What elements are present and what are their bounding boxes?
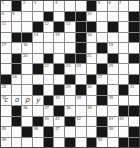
black-cell xyxy=(108,54,118,64)
cell[interactable] xyxy=(87,43,97,53)
black-cell xyxy=(97,85,107,95)
black-cell xyxy=(76,33,86,43)
cell[interactable]: 6 xyxy=(108,1,118,11)
cell[interactable] xyxy=(1,117,11,127)
clue-number: 42 xyxy=(76,117,81,121)
black-cell xyxy=(129,127,139,137)
cell[interactable] xyxy=(76,1,86,11)
cell[interactable]: 30 xyxy=(87,85,97,95)
black-cell xyxy=(44,12,54,22)
cell[interactable] xyxy=(65,43,75,53)
cell[interactable]: 17 xyxy=(1,43,11,53)
clue-number: 35 xyxy=(108,96,113,100)
cell[interactable] xyxy=(54,54,64,64)
cell[interactable]: 20 xyxy=(22,54,32,64)
black-cell xyxy=(44,127,54,137)
cell[interactable] xyxy=(1,106,11,116)
clue-number: 48 xyxy=(108,127,113,131)
black-cell xyxy=(87,75,97,85)
cell[interactable] xyxy=(22,117,32,127)
black-cell xyxy=(12,117,22,127)
cell[interactable] xyxy=(33,138,43,148)
cell[interactable] xyxy=(22,85,32,95)
cell[interactable] xyxy=(119,43,129,53)
clue-number: 26 xyxy=(12,75,17,79)
clue-number: 18 xyxy=(23,43,28,47)
cell[interactable] xyxy=(44,33,54,43)
cell[interactable] xyxy=(97,22,107,32)
cell[interactable] xyxy=(119,96,129,106)
cell[interactable]: 34 xyxy=(76,96,86,106)
cell[interactable]: o xyxy=(12,96,22,106)
cell[interactable] xyxy=(33,12,43,22)
black-cell xyxy=(33,22,43,32)
cell[interactable]: 42 xyxy=(76,117,86,127)
cell[interactable] xyxy=(87,96,97,106)
black-cell xyxy=(97,96,107,106)
cell[interactable] xyxy=(119,54,129,64)
cell[interactable] xyxy=(119,127,129,137)
clue-number: 34 xyxy=(76,96,81,100)
clue-number: 8 xyxy=(2,12,4,16)
cell[interactable] xyxy=(119,12,129,22)
cell[interactable]: 28 xyxy=(1,85,11,95)
black-cell xyxy=(129,106,139,116)
clue-number: 37 xyxy=(44,106,49,110)
clue-number: 1 xyxy=(2,1,4,5)
black-cell xyxy=(97,117,107,127)
black-cell xyxy=(1,75,11,85)
cell[interactable]: 31 xyxy=(129,85,139,95)
clue-number: 36 xyxy=(23,106,28,110)
cell[interactable]: 29 xyxy=(65,85,75,95)
cell[interactable]: 19 xyxy=(108,43,118,53)
cell[interactable]: 4 xyxy=(54,1,64,11)
clue-number: 39 xyxy=(87,106,92,110)
cell[interactable]: 3 xyxy=(33,1,43,11)
cell[interactable] xyxy=(12,85,22,95)
cell[interactable]: 26 xyxy=(12,75,22,85)
clue-number: 47 xyxy=(55,127,60,131)
cell[interactable] xyxy=(54,12,64,22)
cell[interactable] xyxy=(129,64,139,74)
black-cell xyxy=(12,33,22,43)
cell[interactable]: 8 xyxy=(1,12,11,22)
black-cell xyxy=(65,138,75,148)
clue-number: 11 xyxy=(2,22,7,26)
cell[interactable]: 11 xyxy=(1,22,11,32)
cell[interactable]: 40 xyxy=(44,117,54,127)
crossword-page: 1234567891011121314151617181920212223242… xyxy=(0,0,140,148)
clue-number: 20 xyxy=(23,54,28,58)
cell[interactable] xyxy=(97,106,107,116)
black-cell xyxy=(65,75,75,85)
black-cell xyxy=(97,127,107,137)
cell[interactable] xyxy=(33,43,43,53)
cell[interactable]: 2 xyxy=(22,1,32,11)
cell[interactable]: 15 xyxy=(54,33,64,43)
cell[interactable] xyxy=(54,75,64,85)
cell[interactable] xyxy=(1,54,11,64)
cell[interactable]: 25 xyxy=(108,64,118,74)
black-cell xyxy=(65,54,75,64)
black-cell xyxy=(129,138,139,148)
black-cell xyxy=(97,64,107,74)
cell[interactable] xyxy=(129,117,139,127)
clue-number: 44 xyxy=(119,117,124,121)
clue-number: 12 xyxy=(44,22,49,26)
cell[interactable] xyxy=(44,75,54,85)
black-cell xyxy=(119,138,129,148)
cell[interactable] xyxy=(33,54,43,64)
cell[interactable] xyxy=(22,64,32,74)
cell[interactable] xyxy=(97,54,107,64)
cell[interactable] xyxy=(65,33,75,43)
black-cell xyxy=(76,43,86,53)
cell[interactable] xyxy=(108,33,118,43)
cell[interactable] xyxy=(108,138,118,148)
crossword-grid: 1234567891011121314151617181920212223242… xyxy=(0,0,140,148)
cell[interactable] xyxy=(44,1,54,11)
black-cell xyxy=(12,54,22,64)
cell[interactable] xyxy=(33,106,43,116)
cell[interactable]: 16 xyxy=(87,33,97,43)
clue-number: 9 xyxy=(12,12,14,16)
clue-number: 5 xyxy=(98,1,100,5)
black-cell xyxy=(54,106,64,116)
black-cell xyxy=(129,12,139,22)
cell[interactable]: 32c xyxy=(1,96,11,106)
cell[interactable]: 22 xyxy=(44,64,54,74)
cell[interactable] xyxy=(65,127,75,137)
cell[interactable] xyxy=(119,64,129,74)
black-cell xyxy=(87,138,97,148)
cell[interactable] xyxy=(97,12,107,22)
clue-number: 38 xyxy=(66,106,71,110)
cell[interactable]: 27 xyxy=(97,75,107,85)
cell[interactable] xyxy=(54,138,64,148)
cell[interactable]: 24 xyxy=(76,64,86,74)
clue-number: 17 xyxy=(2,43,7,47)
black-cell xyxy=(76,54,86,64)
cell[interactable] xyxy=(108,106,118,116)
cell[interactable] xyxy=(129,96,139,106)
clue-number: 23 xyxy=(66,64,71,68)
clue-number: 19 xyxy=(108,43,113,47)
cell[interactable]: 50 xyxy=(97,138,107,148)
cell[interactable] xyxy=(65,96,75,106)
cell-letter: y xyxy=(33,96,43,106)
black-cell xyxy=(76,22,86,32)
clue-number: 24 xyxy=(76,64,81,68)
cell[interactable] xyxy=(54,43,64,53)
cell[interactable] xyxy=(1,64,11,74)
clue-number: 6 xyxy=(108,1,110,5)
cell[interactable] xyxy=(33,75,43,85)
black-cell xyxy=(119,85,129,95)
cell[interactable] xyxy=(1,33,11,43)
black-cell xyxy=(22,127,32,137)
clue-number: 46 xyxy=(34,127,39,131)
black-cell xyxy=(33,117,43,127)
cell[interactable]: 14 xyxy=(33,33,43,43)
clue-number: 13 xyxy=(66,22,71,26)
cell[interactable] xyxy=(76,106,86,116)
black-cell xyxy=(97,43,107,53)
cell[interactable] xyxy=(12,43,22,53)
cell[interactable] xyxy=(65,1,75,11)
cell[interactable] xyxy=(22,22,32,32)
cell[interactable] xyxy=(97,33,107,43)
cell[interactable]: 13 xyxy=(65,22,75,32)
black-cell xyxy=(65,12,75,22)
clue-number: 49 xyxy=(2,138,7,142)
cell[interactable] xyxy=(119,75,129,85)
clue-number: 15 xyxy=(55,33,60,37)
cell[interactable] xyxy=(12,22,22,32)
cell[interactable]: 1 xyxy=(1,1,11,11)
cell[interactable]: 44 xyxy=(119,117,129,127)
cell[interactable]: 43 xyxy=(108,117,118,127)
cell[interactable] xyxy=(76,127,86,137)
clue-number: 16 xyxy=(87,33,92,37)
black-cell xyxy=(76,12,86,22)
cell[interactable]: 35 xyxy=(108,96,118,106)
cell[interactable]: 38 xyxy=(65,106,75,116)
clue-number: 41 xyxy=(55,117,60,121)
cell-letter: p xyxy=(22,96,32,106)
cell[interactable] xyxy=(119,33,129,43)
cell[interactable]: 12 xyxy=(44,22,54,32)
cell[interactable]: 39 xyxy=(87,106,97,116)
cell[interactable]: 45 xyxy=(1,127,11,137)
clue-number: 14 xyxy=(34,33,39,37)
cell[interactable]: 41 xyxy=(54,117,64,127)
clue-number: 43 xyxy=(108,117,113,121)
clue-number: 33 xyxy=(55,96,60,100)
black-cell xyxy=(129,33,139,43)
clue-number: 50 xyxy=(98,138,103,142)
black-cell xyxy=(76,85,86,95)
cell[interactable]: 9 xyxy=(12,12,22,22)
cell[interactable]: 10 xyxy=(87,12,97,22)
black-cell xyxy=(54,85,64,95)
cell[interactable]: y xyxy=(33,96,43,106)
clue-number: 45 xyxy=(2,127,7,131)
cell[interactable]: p xyxy=(22,96,32,106)
clue-number: 25 xyxy=(108,64,113,68)
cell[interactable] xyxy=(108,12,118,22)
clue-number: 2 xyxy=(23,1,25,5)
black-cell xyxy=(65,117,75,127)
clue-number: 22 xyxy=(44,64,49,68)
cell[interactable] xyxy=(108,85,118,95)
cell[interactable] xyxy=(44,85,54,95)
cell[interactable] xyxy=(119,22,129,32)
cell[interactable]: 33 xyxy=(54,96,64,106)
black-cell xyxy=(44,138,54,148)
cell[interactable]: 23 xyxy=(65,64,75,74)
black-cell xyxy=(54,22,64,32)
black-cell xyxy=(87,1,97,11)
black-cell xyxy=(22,33,32,43)
black-cell xyxy=(119,106,129,116)
black-cell xyxy=(44,54,54,64)
black-cell xyxy=(33,85,43,95)
black-cell xyxy=(108,22,118,32)
black-cell xyxy=(129,54,139,64)
black-cell xyxy=(129,75,139,85)
clue-number: 21 xyxy=(87,54,92,58)
clue-number: 40 xyxy=(44,117,49,121)
black-cell xyxy=(129,22,139,32)
clue-number: 4 xyxy=(55,1,57,5)
cell[interactable] xyxy=(22,12,32,22)
cell[interactable] xyxy=(22,138,32,148)
cell-letter: o xyxy=(12,96,22,106)
cell[interactable] xyxy=(129,1,139,11)
cell[interactable] xyxy=(44,43,54,53)
cell[interactable] xyxy=(108,75,118,85)
cell[interactable]: 37 xyxy=(44,106,54,116)
black-cell xyxy=(54,64,64,74)
cell[interactable] xyxy=(87,127,97,137)
cell[interactable]: 47 xyxy=(54,127,64,137)
clue-number: 3 xyxy=(34,1,36,5)
black-cell xyxy=(33,64,43,74)
cell[interactable] xyxy=(129,43,139,53)
clue-number: 29 xyxy=(66,85,71,89)
black-cell xyxy=(87,22,97,32)
cell[interactable] xyxy=(12,138,22,148)
cell[interactable]: 49 xyxy=(1,138,11,148)
black-cell xyxy=(44,96,54,106)
cell[interactable]: 48 xyxy=(108,127,118,137)
black-cell xyxy=(12,1,22,11)
black-cell xyxy=(12,64,22,74)
cell[interactable] xyxy=(87,117,97,127)
cell[interactable]: 7 xyxy=(119,1,129,11)
cell[interactable]: 21 xyxy=(87,54,97,64)
cell-letter: c xyxy=(1,96,11,106)
cell[interactable] xyxy=(12,127,22,137)
cell[interactable] xyxy=(87,64,97,74)
cell[interactable] xyxy=(22,75,32,85)
clue-number: 31 xyxy=(130,85,135,89)
cell[interactable]: 36 xyxy=(22,106,32,116)
cell[interactable]: 18 xyxy=(22,43,32,53)
cell[interactable]: 5 xyxy=(97,1,107,11)
black-cell xyxy=(12,106,22,116)
clue-number: 27 xyxy=(98,75,103,79)
cell[interactable] xyxy=(76,138,86,148)
cell[interactable] xyxy=(76,75,86,85)
clue-number: 7 xyxy=(119,1,121,5)
clue-number: 10 xyxy=(87,12,92,16)
clue-number: 28 xyxy=(2,85,7,89)
cell[interactable]: 46 xyxy=(33,127,43,137)
clue-number: 30 xyxy=(87,85,92,89)
